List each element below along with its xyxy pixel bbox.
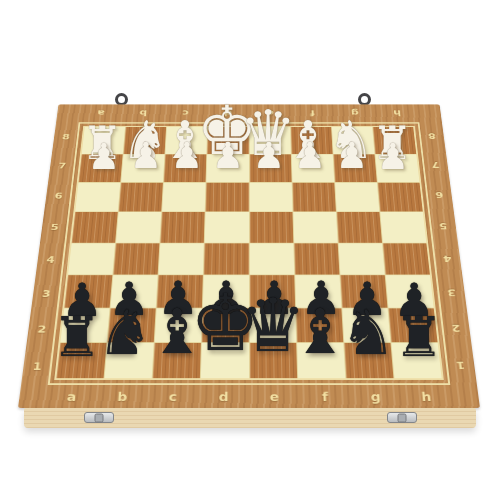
piece-white-pawn-a7[interactable]: ♟: [88, 139, 120, 175]
piece-white-pawn-b7[interactable]: ♟: [130, 138, 162, 174]
piece-black-rook-h1[interactable]: ♜: [394, 310, 443, 365]
piece-white-pawn-e7[interactable]: ♟: [253, 138, 285, 174]
piece-white-pawn-c7[interactable]: ♟: [171, 138, 203, 174]
piece-white-pawn-h7[interactable]: ♟: [377, 139, 409, 175]
piece-black-knight-g1[interactable]: ♞: [340, 302, 396, 364]
piece-white-pawn-f7[interactable]: ♟: [294, 138, 326, 174]
piece-white-pawn-g7[interactable]: ♟: [336, 138, 368, 174]
piece-black-rook-a1[interactable]: ♜: [52, 310, 101, 365]
piece-black-knight-b1[interactable]: ♞: [97, 302, 153, 364]
piece-white-pawn-d7[interactable]: ♟: [212, 138, 244, 174]
pieces-layer: ♜♞♝♚♛♝♞♜♟♟♟♟♟♟♟♟♟♟♟♟♟♟♟♟♜♞♝♚♛♝♞♜: [0, 0, 500, 500]
